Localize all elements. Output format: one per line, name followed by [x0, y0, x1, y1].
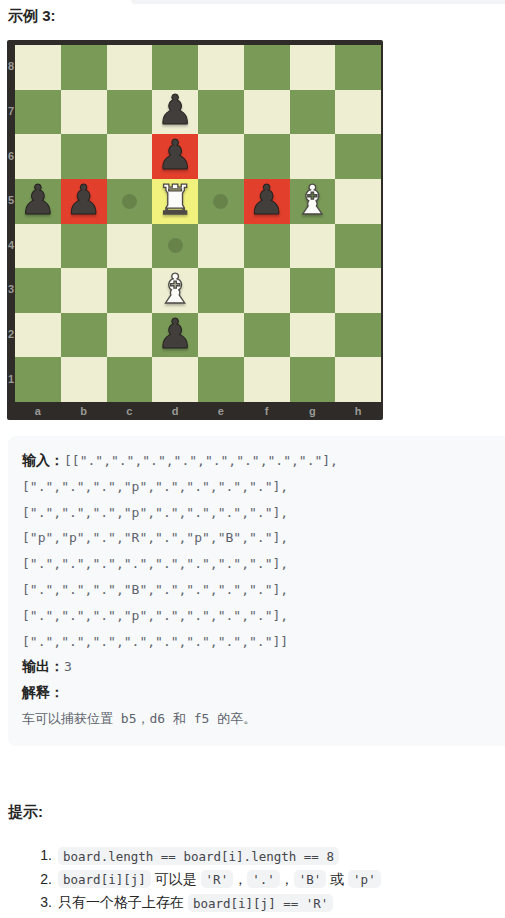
inline-code: board[i][j]: [58, 870, 151, 888]
square-f1: [244, 357, 290, 402]
square-f2: [244, 313, 290, 358]
square-d2: ♟: [152, 313, 198, 358]
square-d4: [152, 224, 198, 269]
black-pawn: ♟: [65, 180, 102, 221]
hint-item: 3.只有一个格子上存在 board[i][j] == 'R': [8, 891, 505, 915]
square-f7: [244, 90, 290, 135]
hint-text: board[i][j] 可以是 'R'，'.'，'B' 或 'p': [58, 868, 505, 892]
square-a8: [15, 45, 61, 90]
square-d1: [152, 357, 198, 402]
square-g8: [290, 45, 336, 90]
square-g2: [290, 313, 336, 358]
rank-label: 2: [7, 328, 15, 340]
inline-code: board.length == board[i].length == 8: [58, 847, 339, 865]
chess-board: ♟♟♟♟♜♟♝♝♟ 87654321abcdefgh: [7, 40, 383, 420]
square-d7: ♟: [152, 90, 198, 135]
black-pawn: ♟: [157, 314, 194, 355]
square-e1: [198, 357, 244, 402]
rank-label: 1: [7, 373, 15, 385]
hints-heading: 提示:: [8, 803, 43, 822]
square-h4: [335, 224, 381, 269]
input-line: [".",".",".","p",".",".",".","."],: [22, 603, 497, 629]
square-g7: [290, 90, 336, 135]
file-label: f: [257, 403, 277, 420]
square-a7: [15, 90, 61, 135]
hint-text: board.length == board[i].length == 8: [58, 844, 505, 868]
white-bishop: ♝: [157, 269, 194, 310]
square-b4: [61, 224, 107, 269]
black-pawn: ♟: [248, 180, 285, 221]
black-pawn: ♟: [19, 180, 56, 221]
example-heading: 示例 3:: [8, 7, 56, 26]
input-line: [".",".",".","p",".",".",".","."],: [22, 474, 497, 500]
inline-code: 'R': [201, 870, 234, 888]
inline-code: board[i][j] == 'R': [188, 894, 333, 912]
input-line: [".",".",".",".",".",".",".","."]]: [22, 629, 497, 655]
square-f4: [244, 224, 290, 269]
square-g6: [290, 134, 336, 179]
square-b2: [61, 313, 107, 358]
square-d5: ♜: [152, 179, 198, 224]
rank-label: 3: [7, 283, 15, 295]
rank-label: 5: [7, 194, 15, 206]
move-dot: [168, 238, 183, 253]
square-e5: [198, 179, 244, 224]
file-label: g: [302, 403, 322, 420]
input-line: [".",".",".",".",".",".",".","."],: [22, 551, 497, 577]
square-c7: [107, 90, 153, 135]
explanation-line: 车可以捕获位置 b5，d6 和 f5 的卒。: [22, 706, 497, 732]
rank-label: 7: [7, 105, 15, 117]
input-line: [".",".",".","p",".",".",".","."],: [22, 500, 497, 526]
square-h5: [335, 179, 381, 224]
square-h3: [335, 268, 381, 313]
input-line: ["p","p",".","R",".","p","B","."],: [22, 525, 497, 551]
square-a5: ♟: [15, 179, 61, 224]
square-g1: [290, 357, 336, 402]
hints-list: 1.board.length == board[i].length == 82.…: [8, 844, 505, 915]
square-a2: [15, 313, 61, 358]
output-line: 输出：3: [22, 654, 497, 680]
rank-label: 8: [7, 60, 15, 72]
hint-number: 2.: [8, 868, 58, 892]
hint-text: 只有一个格子上存在 board[i][j] == 'R': [58, 891, 505, 915]
square-b7: [61, 90, 107, 135]
square-h7: [335, 90, 381, 135]
square-e6: [198, 134, 244, 179]
square-c4: [107, 224, 153, 269]
inline-code: 'p': [348, 870, 381, 888]
hint-number: 3.: [8, 891, 58, 915]
square-f6: [244, 134, 290, 179]
inline-code: '.': [247, 870, 280, 888]
square-b8: [61, 45, 107, 90]
square-b3: [61, 268, 107, 313]
square-a4: [15, 224, 61, 269]
square-b5: ♟: [61, 179, 107, 224]
square-c1: [107, 357, 153, 402]
rank-label: 4: [7, 239, 15, 251]
square-f5: ♟: [244, 179, 290, 224]
square-c5: [107, 179, 153, 224]
input-line: 输入：[[".",".",".",".",".",".",".","."],: [22, 448, 497, 474]
move-dot: [122, 194, 137, 209]
file-label: b: [74, 403, 94, 420]
file-label: h: [348, 403, 368, 420]
rank-label: 6: [7, 150, 15, 162]
board-grid: ♟♟♟♟♜♟♝♝♟: [15, 45, 381, 402]
square-g5: ♝: [290, 179, 336, 224]
square-c3: [107, 268, 153, 313]
square-a6: [15, 134, 61, 179]
file-label: a: [28, 403, 48, 420]
white-bishop: ♝: [294, 180, 331, 221]
square-a3: [15, 268, 61, 313]
black-pawn: ♟: [157, 135, 194, 176]
square-a1: [15, 357, 61, 402]
square-d3: ♝: [152, 268, 198, 313]
square-d6: ♟: [152, 134, 198, 179]
previous-example-block-edge: [131, 0, 505, 4]
square-e2: [198, 313, 244, 358]
square-g4: [290, 224, 336, 269]
square-g3: [290, 268, 336, 313]
square-c8: [107, 45, 153, 90]
hint-item: 1.board.length == board[i].length == 8: [8, 844, 505, 868]
white-rook: ♜: [157, 180, 194, 221]
square-f3: [244, 268, 290, 313]
square-h8: [335, 45, 381, 90]
square-c6: [107, 134, 153, 179]
explanation-label-line: 解释：: [22, 680, 497, 706]
square-h1: [335, 357, 381, 402]
square-e7: [198, 90, 244, 135]
example-io-block: 输入：[[".",".",".",".",".",".",".","."],["…: [8, 436, 505, 746]
square-b6: [61, 134, 107, 179]
square-e4: [198, 224, 244, 269]
inline-code: 'B': [294, 870, 327, 888]
square-e3: [198, 268, 244, 313]
file-label: c: [119, 403, 139, 420]
square-d8: [152, 45, 198, 90]
black-pawn: ♟: [157, 90, 194, 131]
file-label: d: [165, 403, 185, 420]
square-c2: [107, 313, 153, 358]
square-b1: [61, 357, 107, 402]
move-dot: [213, 194, 228, 209]
square-e8: [198, 45, 244, 90]
square-h6: [335, 134, 381, 179]
input-line: [".",".",".","B",".",".",".","."],: [22, 577, 497, 603]
hint-item: 2.board[i][j] 可以是 'R'，'.'，'B' 或 'p': [8, 868, 505, 892]
square-h2: [335, 313, 381, 358]
file-label: e: [211, 403, 231, 420]
square-f8: [244, 45, 290, 90]
hint-number: 1.: [8, 844, 58, 868]
